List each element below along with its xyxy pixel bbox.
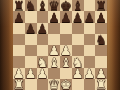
piece-white-rook-a1[interactable]: ♜ xyxy=(13,78,25,90)
square-b8[interactable]: ♞ xyxy=(25,0,37,11)
square-a1[interactable]: ♜ xyxy=(13,79,25,90)
piece-white-king-e1[interactable]: ♚ xyxy=(60,78,72,90)
square-g1[interactable] xyxy=(84,79,96,90)
square-b4[interactable] xyxy=(25,45,37,56)
square-f7[interactable]: ♟ xyxy=(72,11,84,22)
square-e2[interactable] xyxy=(60,68,72,79)
square-e7[interactable]: ♟ xyxy=(60,11,72,22)
chess-board: ♜♞♝♛♚♝♜♟♟♟♟♟♟♟♟♞♟♟♞♝♝♞♟♟♟♟♟♟♜♛♚♜ xyxy=(13,0,107,90)
square-h5[interactable]: ♞ xyxy=(95,34,107,45)
square-f3[interactable]: ♞ xyxy=(72,56,84,67)
square-f8[interactable]: ♝ xyxy=(72,0,84,11)
square-a7[interactable]: ♟ xyxy=(13,11,25,22)
square-b5[interactable] xyxy=(25,34,37,45)
square-g3[interactable] xyxy=(84,56,96,67)
square-g5[interactable] xyxy=(84,34,96,45)
square-e8[interactable]: ♚ xyxy=(60,0,72,11)
square-h3[interactable] xyxy=(95,56,107,67)
square-d7[interactable]: ♟ xyxy=(48,11,60,22)
square-g2[interactable]: ♟ xyxy=(84,68,96,79)
square-h2[interactable]: ♟ xyxy=(95,68,107,79)
square-h7[interactable]: ♟ xyxy=(95,11,107,22)
square-d4[interactable]: ♟ xyxy=(48,45,60,56)
square-a8[interactable]: ♜ xyxy=(13,0,25,11)
square-a2[interactable]: ♟ xyxy=(13,68,25,79)
square-b7[interactable] xyxy=(25,11,37,22)
square-c6[interactable]: ♟ xyxy=(37,23,49,34)
square-b1[interactable] xyxy=(25,79,37,90)
square-d6[interactable] xyxy=(48,23,60,34)
square-a4[interactable] xyxy=(13,45,25,56)
square-f4[interactable] xyxy=(72,45,84,56)
square-d3[interactable]: ♝ xyxy=(48,56,60,67)
piece-white-queen-d1[interactable]: ♛ xyxy=(48,78,60,90)
piece-white-rook-h1[interactable]: ♜ xyxy=(95,78,107,90)
square-f1[interactable] xyxy=(72,79,84,90)
square-e6[interactable] xyxy=(60,23,72,34)
square-c4[interactable] xyxy=(37,45,49,56)
square-d8[interactable]: ♛ xyxy=(48,0,60,11)
square-c3[interactable]: ♞ xyxy=(37,56,49,67)
square-e4[interactable]: ♟ xyxy=(60,45,72,56)
square-h4[interactable] xyxy=(95,45,107,56)
square-d2[interactable] xyxy=(48,68,60,79)
square-h1[interactable]: ♜ xyxy=(95,79,107,90)
square-b3[interactable] xyxy=(25,56,37,67)
square-h8[interactable]: ♜ xyxy=(95,0,107,11)
square-a3[interactable] xyxy=(13,56,25,67)
square-c8[interactable]: ♝ xyxy=(37,0,49,11)
square-c1[interactable] xyxy=(37,79,49,90)
square-c7[interactable] xyxy=(37,11,49,22)
square-g6[interactable] xyxy=(84,23,96,34)
square-f6[interactable] xyxy=(72,23,84,34)
square-a6[interactable] xyxy=(13,23,25,34)
square-d5[interactable] xyxy=(48,34,60,45)
square-f5[interactable] xyxy=(72,34,84,45)
square-f2[interactable]: ♟ xyxy=(72,68,84,79)
square-h6[interactable] xyxy=(95,23,107,34)
square-e3[interactable]: ♝ xyxy=(60,56,72,67)
square-g7[interactable]: ♟ xyxy=(84,11,96,22)
square-c2[interactable]: ♟ xyxy=(37,68,49,79)
square-d1[interactable]: ♛ xyxy=(48,79,60,90)
square-a5[interactable] xyxy=(13,34,25,45)
square-b6[interactable]: ♟ xyxy=(25,23,37,34)
square-c5[interactable] xyxy=(37,34,49,45)
chess-app-window: ♜♞♝♛♚♝♜♟♟♟♟♟♟♟♟♞♟♟♞♝♝♞♟♟♟♟♟♟♜♛♚♜ xyxy=(0,0,120,90)
square-g4[interactable] xyxy=(84,45,96,56)
square-g8[interactable] xyxy=(84,0,96,11)
square-b2[interactable]: ♟ xyxy=(25,68,37,79)
square-e5[interactable] xyxy=(60,34,72,45)
square-e1[interactable]: ♚ xyxy=(60,79,72,90)
